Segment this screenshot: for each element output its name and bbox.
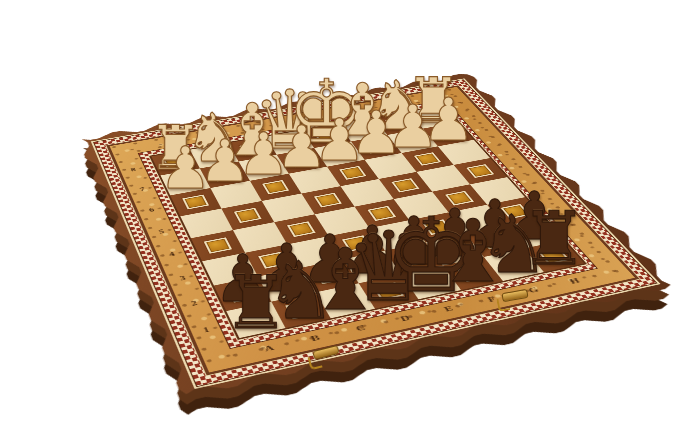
product-photo-stage: ABCDEFGH12345678 ♜♞♝♛♚♝♞♜♟♟♟♟♟♟♟♟♟♟♟♟♟♟♟… [0,0,680,425]
pieces-layer: ♜♞♝♛♚♝♞♜♟♟♟♟♟♟♟♟♟♟♟♟♟♟♟♟♜♞♝♛♚♝♞♜ [0,0,680,425]
piece-dark-rook-h1[interactable]: ♜ [521,201,587,275]
piece-light-pawn-h7[interactable]: ♟ [422,90,475,149]
